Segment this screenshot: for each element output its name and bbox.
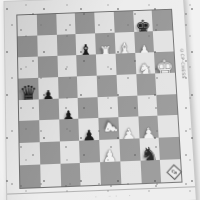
- square-e6[interactable]: [96, 53, 116, 75]
- square-c3[interactable]: [59, 119, 80, 142]
- border-bottom-marks: · ·· ·: [95, 192, 136, 200]
- square-a2[interactable]: [20, 142, 40, 165]
- square-f8[interactable]: [114, 11, 134, 32]
- square-e2[interactable]: ♟: [99, 139, 120, 162]
- board: ♚♝♜♝♟♞♚♛♟♟♟♟♟♟♟♞: [16, 9, 182, 189]
- square-a3[interactable]: [19, 121, 39, 144]
- square-e1[interactable]: [100, 162, 121, 185]
- square-f7[interactable]: ♝: [114, 32, 134, 54]
- square-a5[interactable]: ♛: [18, 77, 38, 99]
- square-b1[interactable]: [40, 164, 61, 187]
- square-h5[interactable]: [155, 72, 176, 94]
- square-h2[interactable]: [159, 137, 180, 160]
- square-b4[interactable]: [38, 98, 58, 120]
- square-b5[interactable]: ♟: [38, 77, 58, 99]
- square-f4[interactable]: [117, 95, 138, 117]
- square-f1[interactable]: [120, 161, 141, 184]
- square-a4[interactable]: [19, 99, 39, 121]
- square-d1[interactable]: [80, 162, 101, 185]
- square-h8[interactable]: [152, 10, 172, 31]
- square-c8[interactable]: [56, 13, 76, 34]
- square-a7[interactable]: [18, 35, 38, 57]
- square-d6[interactable]: [76, 54, 96, 76]
- square-f5[interactable]: [116, 74, 137, 96]
- square-b3[interactable]: [39, 120, 59, 143]
- square-g6[interactable]: ♞: [135, 52, 156, 74]
- square-b2[interactable]: [39, 142, 60, 165]
- square-a8[interactable]: [17, 15, 37, 36]
- square-g7[interactable]: ♟: [134, 31, 154, 53]
- square-g1[interactable]: [140, 160, 161, 183]
- square-g2[interactable]: ♞: [139, 138, 160, 161]
- square-g4[interactable]: [137, 94, 158, 116]
- square-g3[interactable]: ♟: [138, 116, 159, 139]
- square-g8[interactable]: ♚: [133, 10, 153, 31]
- square-h6[interactable]: ♚: [154, 51, 175, 73]
- square-e4[interactable]: [98, 96, 119, 118]
- square-b8[interactable]: [37, 14, 57, 35]
- square-f6[interactable]: [115, 53, 135, 75]
- square-e8[interactable]: [94, 12, 114, 33]
- square-c6[interactable]: [57, 55, 77, 77]
- square-d2[interactable]: [79, 140, 100, 163]
- square-e7[interactable]: ♜: [95, 33, 115, 55]
- square-c5[interactable]: [58, 76, 78, 98]
- square-b7[interactable]: [37, 35, 57, 57]
- square-d4[interactable]: [78, 97, 99, 119]
- square-f3[interactable]: ♟: [118, 117, 139, 140]
- square-a6[interactable]: [18, 56, 38, 78]
- border-copyright-text: ©CP·CHESS: [179, 48, 186, 79]
- white-pawn-fallen[interactable]: ♟: [102, 120, 120, 138]
- square-h4[interactable]: [157, 94, 178, 116]
- square-d3[interactable]: ♟: [79, 118, 100, 141]
- square-e5[interactable]: [97, 75, 117, 97]
- square-d5[interactable]: [77, 75, 97, 97]
- square-d7[interactable]: ♝: [76, 33, 96, 55]
- square-e3[interactable]: ♟: [98, 118, 119, 141]
- square-c2[interactable]: [59, 141, 80, 164]
- square-c4[interactable]: ♟: [58, 97, 78, 119]
- square-h7[interactable]: [153, 30, 174, 52]
- board-photo: ♚♝♜♝♟♞♚♛♟♟♟♟♟♟♟♞ CP ©CP·CHESS · ·· ·: [0, 0, 200, 200]
- square-c1[interactable]: [60, 163, 81, 186]
- square-c7[interactable]: [56, 34, 76, 56]
- square-d8[interactable]: [75, 13, 95, 34]
- square-a1[interactable]: [20, 165, 41, 188]
- chess-mat: ♚♝♜♝♟♞♚♛♟♟♟♟♟♟♟♞ CP ©CP·CHESS · ·· ·: [3, 0, 197, 200]
- square-h3[interactable]: [158, 115, 179, 138]
- square-g5[interactable]: [136, 73, 157, 95]
- square-b6[interactable]: [38, 56, 58, 78]
- square-f2[interactable]: [119, 139, 140, 162]
